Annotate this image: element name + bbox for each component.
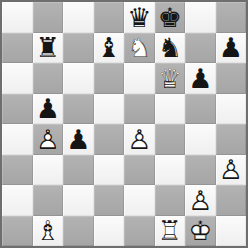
black-queen: ♛ <box>124 2 155 33</box>
square-h6[interactable] <box>216 63 247 94</box>
square-g6[interactable]: ♟ <box>185 63 216 94</box>
white-bishop-fill: ♝ <box>33 216 64 247</box>
square-h5[interactable] <box>216 94 247 125</box>
square-g5[interactable] <box>185 94 216 125</box>
square-c1[interactable] <box>63 216 94 247</box>
square-a8[interactable] <box>2 2 33 33</box>
white-pawn: ♙ <box>124 124 155 155</box>
square-f8[interactable]: ♚ <box>155 2 186 33</box>
white-knight: ♘ <box>124 33 155 64</box>
square-g4[interactable] <box>185 124 216 155</box>
square-h4[interactable] <box>216 124 247 155</box>
square-e2[interactable] <box>124 185 155 216</box>
white-pawn: ♙ <box>33 124 64 155</box>
square-f1[interactable]: ♜♖ <box>155 216 186 247</box>
square-b1[interactable]: ♝♗ <box>33 216 64 247</box>
black-pawn: ♟ <box>33 94 64 125</box>
white-pawn-fill: ♟ <box>185 185 216 216</box>
white-pawn-fill: ♟ <box>33 124 64 155</box>
white-queen: ♕ <box>155 63 186 94</box>
black-pawn: ♟ <box>63 124 94 155</box>
square-g8[interactable] <box>185 2 216 33</box>
square-f6[interactable]: ♛♕ <box>155 63 186 94</box>
square-h3[interactable]: ♟♙ <box>216 155 247 186</box>
black-king: ♚ <box>155 2 186 33</box>
square-d3[interactable] <box>94 155 125 186</box>
square-e5[interactable] <box>124 94 155 125</box>
square-g7[interactable] <box>185 33 216 64</box>
square-d6[interactable] <box>94 63 125 94</box>
white-king-fill: ♚ <box>185 216 216 247</box>
square-d2[interactable] <box>94 185 125 216</box>
square-b5[interactable]: ♟ <box>33 94 64 125</box>
square-d5[interactable] <box>94 94 125 125</box>
black-pawn: ♟ <box>216 33 247 64</box>
black-rook: ♜ <box>33 33 64 64</box>
square-b4[interactable]: ♟♙ <box>33 124 64 155</box>
white-queen-fill: ♛ <box>155 63 186 94</box>
square-c7[interactable] <box>63 33 94 64</box>
square-b6[interactable] <box>33 63 64 94</box>
white-rook: ♖ <box>155 216 186 247</box>
square-f5[interactable] <box>155 94 186 125</box>
square-g1[interactable]: ♚♔ <box>185 216 216 247</box>
square-e7[interactable]: ♞♘ <box>124 33 155 64</box>
square-b8[interactable] <box>33 2 64 33</box>
square-f7[interactable]: ♞ <box>155 33 186 64</box>
white-pawn: ♙ <box>185 185 216 216</box>
square-c4[interactable]: ♟ <box>63 124 94 155</box>
square-a3[interactable] <box>2 155 33 186</box>
square-c8[interactable] <box>63 2 94 33</box>
square-h8[interactable] <box>216 2 247 33</box>
square-g3[interactable] <box>185 155 216 186</box>
square-d8[interactable] <box>94 2 125 33</box>
black-pawn: ♟ <box>185 63 216 94</box>
white-king: ♔ <box>185 216 216 247</box>
white-knight-fill: ♞ <box>124 33 155 64</box>
square-g2[interactable]: ♟♙ <box>185 185 216 216</box>
square-c3[interactable] <box>63 155 94 186</box>
white-bishop: ♗ <box>33 216 64 247</box>
square-f2[interactable] <box>155 185 186 216</box>
square-a6[interactable] <box>2 63 33 94</box>
square-h7[interactable]: ♟ <box>216 33 247 64</box>
square-f3[interactable] <box>155 155 186 186</box>
square-b3[interactable] <box>33 155 64 186</box>
square-e8[interactable]: ♛ <box>124 2 155 33</box>
square-d1[interactable] <box>94 216 125 247</box>
square-d4[interactable] <box>94 124 125 155</box>
black-knight: ♞ <box>155 33 186 64</box>
square-e1[interactable] <box>124 216 155 247</box>
white-pawn: ♙ <box>216 155 247 186</box>
square-a4[interactable] <box>2 124 33 155</box>
chess-board: ♛♚♜♝♞♘♞♟♛♕♟♟♟♙♟♟♙♟♙♟♙♝♗♜♖♚♔ <box>0 0 248 248</box>
square-a7[interactable] <box>2 33 33 64</box>
square-f4[interactable] <box>155 124 186 155</box>
square-c2[interactable] <box>63 185 94 216</box>
white-pawn-fill: ♟ <box>124 124 155 155</box>
white-rook-fill: ♜ <box>155 216 186 247</box>
square-h1[interactable] <box>216 216 247 247</box>
square-a5[interactable] <box>2 94 33 125</box>
square-c6[interactable] <box>63 63 94 94</box>
white-pawn-fill: ♟ <box>216 155 247 186</box>
square-e4[interactable]: ♟♙ <box>124 124 155 155</box>
square-b7[interactable]: ♜ <box>33 33 64 64</box>
square-c5[interactable] <box>63 94 94 125</box>
square-h2[interactable] <box>216 185 247 216</box>
square-e6[interactable] <box>124 63 155 94</box>
square-a1[interactable] <box>2 216 33 247</box>
black-bishop: ♝ <box>94 33 125 64</box>
square-e3[interactable] <box>124 155 155 186</box>
square-a2[interactable] <box>2 185 33 216</box>
square-b2[interactable] <box>33 185 64 216</box>
square-d7[interactable]: ♝ <box>94 33 125 64</box>
